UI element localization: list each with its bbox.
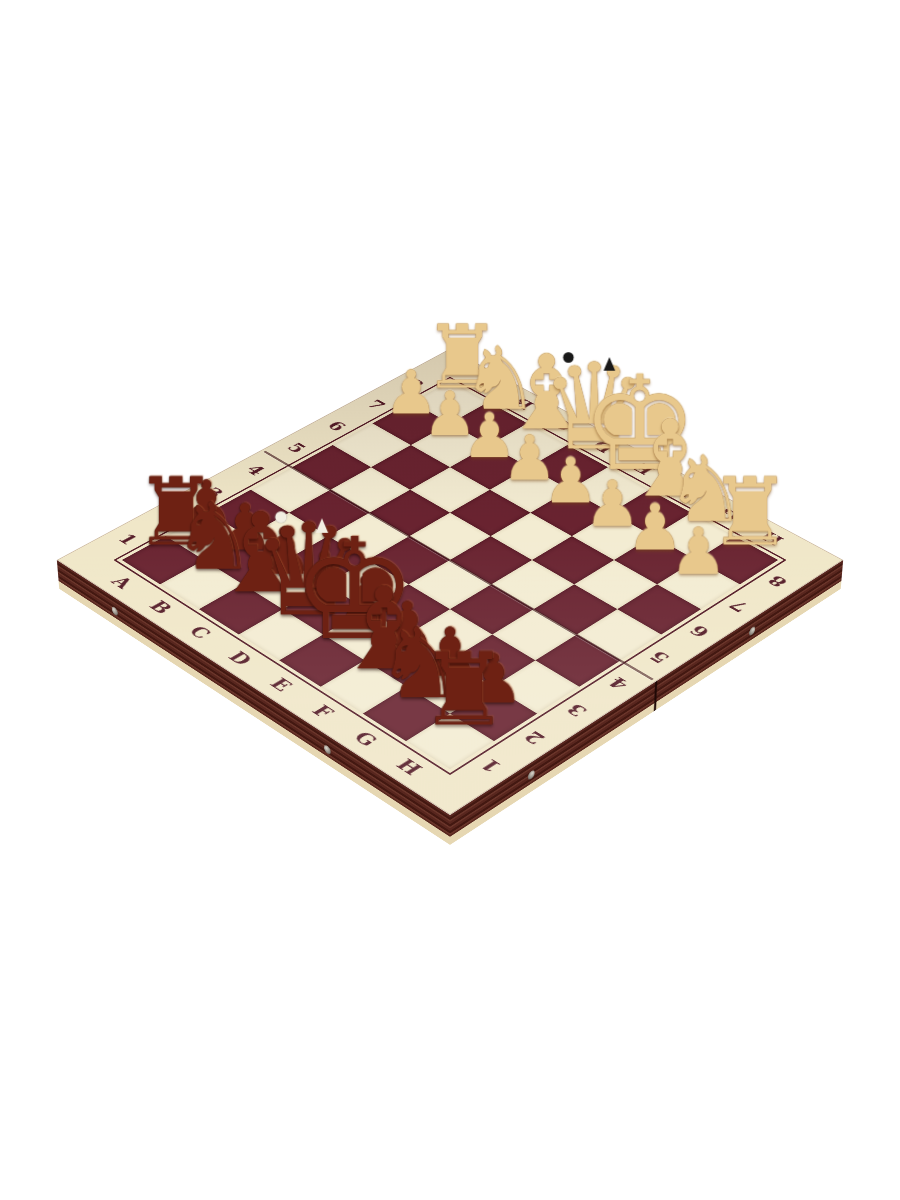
chessboard: ABCDEFGH ABCDEFGH 87654321 87654321 ♜♞♝♛…	[57, 349, 843, 815]
king-cone-finial	[316, 518, 328, 533]
screw-icon	[528, 769, 535, 781]
fold-seam-notch	[654, 681, 657, 712]
square-h5[interactable]	[577, 609, 661, 660]
rook-glyph: ♜	[419, 640, 481, 741]
queen-ball-finial	[563, 352, 574, 363]
piece-black-rook-h1[interactable]: ♜	[419, 580, 481, 741]
piece-white-pawn-h7[interactable]: ♟	[669, 432, 728, 583]
queen-ball-finial	[275, 511, 286, 522]
square-h6[interactable]	[617, 584, 701, 634]
pawn-glyph: ♟	[669, 519, 728, 584]
screw-icon	[324, 744, 331, 756]
screw-icon	[112, 605, 118, 616]
square-g6[interactable]	[574, 560, 657, 609]
square-h4[interactable]	[535, 635, 620, 687]
king-cone-finial	[604, 357, 616, 371]
chess-set-photo: ABCDEFGH ABCDEFGH 87654321 87654321 ♜♞♝♛…	[0, 0, 900, 1200]
square-g5[interactable]	[534, 584, 618, 634]
screw-icon	[749, 626, 756, 637]
